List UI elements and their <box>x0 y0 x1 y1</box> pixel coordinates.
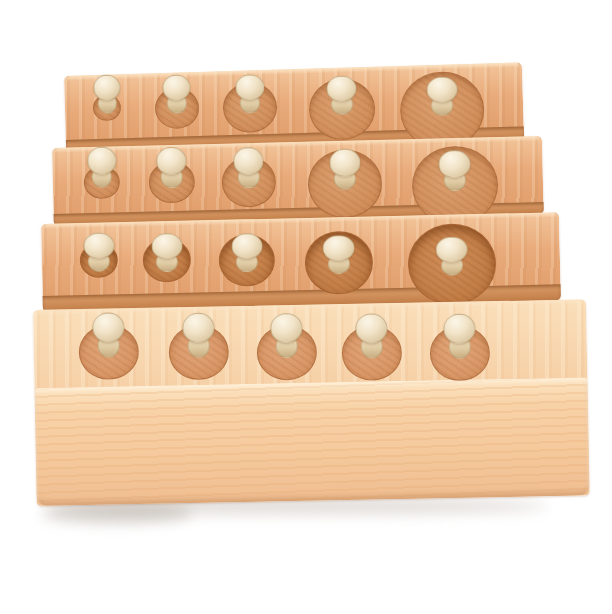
knob-ball <box>162 74 191 101</box>
knob-ball <box>329 148 361 176</box>
knob-ball <box>270 313 303 344</box>
cylinder-knob-r3-c4 <box>322 235 353 274</box>
cylinder-knob-r2-c2 <box>156 147 185 188</box>
knob-ball <box>322 235 355 262</box>
knob-ball <box>151 233 183 260</box>
cylinder-knob-r3-c5 <box>435 236 466 275</box>
knob-ball <box>92 312 125 343</box>
knob-ball <box>435 236 468 263</box>
cylinder-knob-r4-c1 <box>92 312 123 357</box>
knob-ball <box>443 314 476 345</box>
knob-ball <box>438 150 471 178</box>
knob-ball <box>235 74 265 101</box>
cylinder-knob-r1-c1 <box>92 74 118 113</box>
ground-shadow-left <box>42 503 192 523</box>
knob-ball <box>231 233 263 260</box>
cylinder-knob-r3-c2 <box>151 233 181 272</box>
knob-ball <box>233 147 264 175</box>
cylinder-knob-r2-c1 <box>86 146 114 187</box>
knob-ball <box>83 232 115 259</box>
cylinder-knob-r4-c5 <box>443 314 474 359</box>
cylinder-knob-r4-c3 <box>270 313 301 358</box>
knob-ball <box>355 313 388 344</box>
product-photo <box>0 0 612 614</box>
cylinder-knob-r1-c2 <box>162 74 189 113</box>
knob-ball <box>92 74 120 101</box>
cylinder-knob-r2-c4 <box>329 149 359 190</box>
cylinder-block-3 <box>41 212 561 312</box>
cylinder-knob-r1-c4 <box>326 75 355 114</box>
knob-ball <box>326 75 357 102</box>
knob-ball <box>426 76 458 103</box>
knob-ball <box>182 313 215 344</box>
cylinder-knob-r3-c3 <box>231 233 261 272</box>
knob-ball <box>86 146 116 174</box>
cylinder-knob-r2-c3 <box>233 147 262 188</box>
cylinder-knob-r4-c4 <box>355 313 386 358</box>
cylinder-knob-r1-c5 <box>426 76 456 115</box>
cylinder-block-2 <box>52 136 544 226</box>
cylinder-block-4-front <box>33 299 590 506</box>
knob-ball <box>156 147 187 175</box>
cylinder-knob-r4-c2 <box>182 313 213 358</box>
cylinder-knob-r1-c3 <box>235 74 263 113</box>
cylinder-knob-r3-c1 <box>83 232 113 271</box>
front-block-face <box>34 377 589 506</box>
cylinder-knob-r2-c5 <box>438 150 469 191</box>
